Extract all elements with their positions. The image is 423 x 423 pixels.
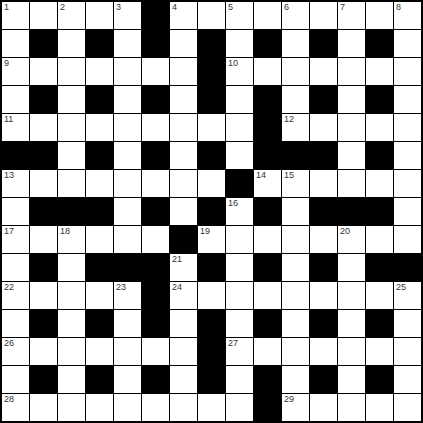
white-cell[interactable] [282, 282, 309, 309]
white-cell[interactable] [198, 2, 225, 29]
white-cell[interactable] [142, 226, 169, 253]
white-cell[interactable] [58, 338, 85, 365]
black-cell [86, 310, 113, 337]
black-cell [254, 366, 281, 393]
white-cell[interactable] [114, 58, 141, 85]
clue-number: 10 [228, 59, 238, 68]
white-cell[interactable] [394, 338, 421, 365]
white-cell[interactable] [282, 226, 309, 253]
white-cell[interactable] [254, 338, 281, 365]
white-cell[interactable] [58, 86, 85, 113]
white-cell[interactable]: 14 [254, 170, 281, 197]
black-cell [142, 366, 169, 393]
white-cell[interactable] [170, 170, 197, 197]
white-cell[interactable] [170, 366, 197, 393]
black-cell [30, 142, 57, 169]
white-cell[interactable] [170, 114, 197, 141]
white-cell[interactable] [282, 30, 309, 57]
white-cell[interactable] [394, 30, 421, 57]
clue-number: 18 [60, 227, 70, 236]
black-cell [30, 198, 57, 225]
white-cell[interactable] [142, 114, 169, 141]
white-cell[interactable]: 3 [114, 2, 141, 29]
black-cell [366, 86, 393, 113]
black-cell [198, 58, 225, 85]
white-cell[interactable]: 1 [2, 2, 29, 29]
white-cell[interactable] [58, 58, 85, 85]
white-cell[interactable] [310, 170, 337, 197]
white-cell[interactable]: 6 [282, 2, 309, 29]
clue-number: 12 [284, 115, 294, 124]
black-cell [198, 366, 225, 393]
black-cell [30, 86, 57, 113]
white-cell[interactable]: 7 [338, 2, 365, 29]
white-cell[interactable] [338, 170, 365, 197]
white-cell[interactable] [282, 338, 309, 365]
white-cell[interactable] [366, 338, 393, 365]
clue-number: 7 [340, 3, 345, 12]
white-cell[interactable] [310, 226, 337, 253]
black-cell [310, 310, 337, 337]
white-cell[interactable]: 2 [58, 2, 85, 29]
black-cell [310, 254, 337, 281]
black-cell [86, 198, 113, 225]
white-cell[interactable] [142, 394, 169, 421]
white-cell[interactable] [310, 282, 337, 309]
clue-number: 1 [4, 3, 9, 12]
black-cell [30, 366, 57, 393]
clue-number: 9 [4, 59, 9, 68]
white-cell[interactable] [198, 394, 225, 421]
white-cell[interactable] [58, 282, 85, 309]
white-cell[interactable] [226, 366, 253, 393]
white-cell[interactable] [170, 142, 197, 169]
white-cell[interactable] [198, 114, 225, 141]
clue-number: 29 [284, 395, 294, 404]
white-cell[interactable] [366, 114, 393, 141]
white-cell[interactable]: 29 [282, 394, 309, 421]
clue-number: 19 [200, 227, 210, 236]
white-cell[interactable] [226, 394, 253, 421]
black-cell [86, 366, 113, 393]
black-cell [254, 30, 281, 57]
white-cell[interactable]: 13 [2, 170, 29, 197]
white-cell[interactable] [198, 282, 225, 309]
black-cell [254, 86, 281, 113]
white-cell[interactable] [254, 58, 281, 85]
clue-number: 23 [116, 283, 126, 292]
clue-number: 28 [4, 395, 14, 404]
white-cell[interactable]: 27 [226, 338, 253, 365]
black-cell [86, 142, 113, 169]
white-cell[interactable] [114, 198, 141, 225]
clue-number: 5 [228, 3, 233, 12]
white-cell[interactable] [114, 338, 141, 365]
white-cell[interactable] [198, 170, 225, 197]
clue-number: 2 [60, 3, 65, 12]
black-cell [254, 310, 281, 337]
white-cell[interactable]: 25 [394, 282, 421, 309]
white-cell[interactable] [394, 86, 421, 113]
white-cell[interactable] [114, 310, 141, 337]
white-cell[interactable] [2, 310, 29, 337]
white-cell[interactable] [58, 310, 85, 337]
white-cell[interactable] [366, 226, 393, 253]
white-cell[interactable]: 18 [58, 226, 85, 253]
white-cell[interactable]: 9 [2, 58, 29, 85]
white-cell[interactable] [86, 58, 113, 85]
black-cell [142, 282, 169, 309]
white-cell[interactable] [2, 30, 29, 57]
black-cell [170, 226, 197, 253]
white-cell[interactable]: 4 [170, 2, 197, 29]
white-cell[interactable] [394, 198, 421, 225]
clue-number: 8 [396, 3, 401, 12]
white-cell[interactable] [338, 366, 365, 393]
clue-number: 3 [116, 3, 121, 12]
white-cell[interactable] [394, 142, 421, 169]
white-cell[interactable] [170, 58, 197, 85]
white-cell[interactable]: 10 [226, 58, 253, 85]
black-cell [254, 142, 281, 169]
white-cell[interactable] [86, 338, 113, 365]
white-cell[interactable]: 12 [282, 114, 309, 141]
white-cell[interactable] [282, 254, 309, 281]
white-cell[interactable] [226, 310, 253, 337]
white-cell[interactable] [30, 282, 57, 309]
white-cell[interactable] [310, 2, 337, 29]
black-cell [142, 198, 169, 225]
white-cell[interactable] [58, 366, 85, 393]
black-cell [338, 198, 365, 225]
clue-number: 15 [284, 171, 294, 180]
clue-number: 26 [4, 339, 14, 348]
clue-number: 27 [228, 339, 238, 348]
white-cell[interactable] [254, 226, 281, 253]
white-cell[interactable]: 20 [338, 226, 365, 253]
white-cell[interactable] [254, 2, 281, 29]
clue-number: 6 [284, 3, 289, 12]
white-cell[interactable] [310, 394, 337, 421]
clue-number: 4 [172, 3, 177, 12]
white-cell[interactable] [30, 58, 57, 85]
white-cell[interactable] [114, 30, 141, 57]
white-cell[interactable] [282, 366, 309, 393]
white-cell[interactable] [394, 58, 421, 85]
white-cell[interactable] [226, 254, 253, 281]
white-cell[interactable] [58, 142, 85, 169]
white-cell[interactable]: 26 [2, 338, 29, 365]
black-cell [142, 30, 169, 57]
white-cell[interactable] [170, 310, 197, 337]
black-cell [366, 142, 393, 169]
black-cell [142, 86, 169, 113]
white-cell[interactable]: 5 [226, 2, 253, 29]
white-cell[interactable] [170, 338, 197, 365]
black-cell [142, 310, 169, 337]
white-cell[interactable] [338, 114, 365, 141]
black-cell [58, 198, 85, 225]
white-cell[interactable] [338, 86, 365, 113]
black-cell [198, 86, 225, 113]
white-cell[interactable] [86, 2, 113, 29]
white-cell[interactable] [114, 86, 141, 113]
white-cell[interactable] [86, 394, 113, 421]
white-cell[interactable]: 19 [198, 226, 225, 253]
white-cell[interactable] [86, 114, 113, 141]
black-cell [198, 310, 225, 337]
clue-number: 16 [228, 199, 238, 208]
black-cell [198, 142, 225, 169]
white-cell[interactable] [366, 282, 393, 309]
white-cell[interactable] [86, 170, 113, 197]
clue-number: 13 [4, 171, 14, 180]
black-cell [366, 30, 393, 57]
black-cell [142, 2, 169, 29]
white-cell[interactable] [226, 114, 253, 141]
white-cell[interactable] [226, 30, 253, 57]
white-cell[interactable] [338, 394, 365, 421]
white-cell[interactable] [114, 366, 141, 393]
white-cell[interactable] [30, 394, 57, 421]
white-cell[interactable] [170, 86, 197, 113]
black-cell [366, 254, 393, 281]
white-cell[interactable] [2, 198, 29, 225]
white-cell[interactable] [338, 58, 365, 85]
white-cell[interactable] [338, 338, 365, 365]
white-cell[interactable] [366, 58, 393, 85]
white-cell[interactable] [310, 114, 337, 141]
white-cell[interactable] [394, 366, 421, 393]
clue-number: 22 [4, 283, 14, 292]
white-cell[interactable] [394, 394, 421, 421]
white-cell[interactable] [170, 30, 197, 57]
black-cell [310, 198, 337, 225]
black-cell [30, 30, 57, 57]
clue-number: 14 [256, 171, 266, 180]
white-cell[interactable]: 11 [2, 114, 29, 141]
white-cell[interactable] [86, 282, 113, 309]
white-cell[interactable] [58, 394, 85, 421]
black-cell [366, 198, 393, 225]
white-cell[interactable]: 24 [170, 282, 197, 309]
white-cell[interactable] [30, 226, 57, 253]
white-cell[interactable]: 22 [2, 282, 29, 309]
white-cell[interactable] [394, 226, 421, 253]
white-cell[interactable] [58, 254, 85, 281]
white-cell[interactable] [142, 58, 169, 85]
black-cell [142, 142, 169, 169]
black-cell [142, 254, 169, 281]
white-cell[interactable] [2, 86, 29, 113]
black-cell [366, 310, 393, 337]
white-cell[interactable] [338, 310, 365, 337]
white-cell[interactable] [338, 142, 365, 169]
black-cell [310, 30, 337, 57]
white-cell[interactable] [226, 86, 253, 113]
white-cell[interactable]: 28 [2, 394, 29, 421]
white-cell[interactable] [114, 394, 141, 421]
black-cell [394, 254, 421, 281]
black-cell [310, 86, 337, 113]
black-cell [254, 198, 281, 225]
white-cell[interactable]: 17 [2, 226, 29, 253]
clue-number: 24 [172, 283, 182, 292]
black-cell [86, 30, 113, 57]
white-cell[interactable] [254, 282, 281, 309]
clue-number: 25 [396, 283, 406, 292]
white-cell[interactable] [366, 2, 393, 29]
white-cell[interactable]: 16 [226, 198, 253, 225]
white-cell[interactable] [114, 170, 141, 197]
white-cell[interactable] [30, 338, 57, 365]
white-cell[interactable] [170, 394, 197, 421]
white-cell[interactable] [394, 170, 421, 197]
black-cell [30, 310, 57, 337]
black-cell [198, 254, 225, 281]
white-cell[interactable] [86, 226, 113, 253]
white-cell[interactable] [310, 58, 337, 85]
white-cell[interactable] [366, 170, 393, 197]
white-cell[interactable] [310, 338, 337, 365]
white-cell[interactable] [226, 226, 253, 253]
white-cell[interactable] [338, 30, 365, 57]
black-cell [198, 198, 225, 225]
clue-number: 17 [4, 227, 14, 236]
white-cell[interactable] [394, 310, 421, 337]
white-cell[interactable] [114, 114, 141, 141]
white-cell[interactable] [30, 2, 57, 29]
black-cell [254, 114, 281, 141]
white-cell[interactable] [142, 338, 169, 365]
white-cell[interactable] [30, 170, 57, 197]
black-cell [2, 142, 29, 169]
black-cell [254, 254, 281, 281]
white-cell[interactable] [58, 30, 85, 57]
white-cell[interactable] [142, 170, 169, 197]
white-cell[interactable] [30, 114, 57, 141]
crossword-grid: 1234567891011121314151617181920212223242… [0, 0, 423, 423]
white-cell[interactable] [282, 198, 309, 225]
white-cell[interactable] [338, 254, 365, 281]
clue-number: 11 [4, 115, 13, 124]
white-cell[interactable] [114, 226, 141, 253]
white-cell[interactable] [366, 394, 393, 421]
clue-number: 20 [340, 227, 350, 236]
black-cell [86, 254, 113, 281]
white-cell[interactable]: 15 [282, 170, 309, 197]
white-cell[interactable] [394, 114, 421, 141]
white-cell[interactable] [58, 114, 85, 141]
white-cell[interactable] [282, 310, 309, 337]
black-cell [198, 338, 225, 365]
white-cell[interactable] [114, 142, 141, 169]
black-cell [310, 366, 337, 393]
white-cell[interactable] [226, 142, 253, 169]
white-cell[interactable]: 21 [170, 254, 197, 281]
white-cell[interactable] [170, 198, 197, 225]
white-cell[interactable] [282, 86, 309, 113]
black-cell [114, 254, 141, 281]
clue-number: 21 [172, 255, 182, 264]
black-cell [30, 254, 57, 281]
white-cell[interactable]: 23 [114, 282, 141, 309]
black-cell [86, 86, 113, 113]
white-cell[interactable] [282, 58, 309, 85]
white-cell[interactable] [2, 366, 29, 393]
white-cell[interactable] [338, 282, 365, 309]
black-cell [366, 366, 393, 393]
white-cell[interactable] [226, 282, 253, 309]
black-cell [254, 394, 281, 421]
white-cell[interactable] [2, 254, 29, 281]
black-cell [310, 142, 337, 169]
white-cell[interactable] [58, 170, 85, 197]
white-cell[interactable]: 8 [394, 2, 421, 29]
black-cell [282, 142, 309, 169]
black-cell [198, 30, 225, 57]
black-cell [226, 170, 253, 197]
